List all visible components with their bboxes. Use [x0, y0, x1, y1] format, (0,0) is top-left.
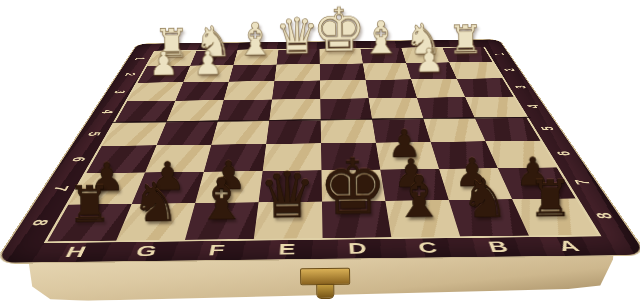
square-d4[interactable] [320, 98, 372, 119]
square-e2[interactable] [274, 64, 320, 81]
scene: HGFEDCBA1122334455667788 ♜♞♝♚♛♝♞♜♟♟♟♟♟♟♟… [0, 0, 640, 308]
square-c4[interactable] [369, 98, 424, 119]
piece-black-rook-a8[interactable]: ♜ [524, 175, 577, 226]
clasp-plate [300, 268, 350, 286]
square-e3[interactable] [272, 80, 320, 99]
rank-label-right-4: 4 [521, 102, 546, 110]
rank-label-right-1: 1 [490, 51, 510, 57]
rank-label-left-2: 2 [119, 71, 140, 78]
rank-label-left-4: 4 [95, 107, 119, 115]
square-h3[interactable] [127, 82, 183, 101]
file-label-C: C [397, 239, 460, 257]
square-c3[interactable] [366, 79, 417, 98]
square-f5[interactable] [211, 120, 269, 144]
square-a4[interactable] [465, 97, 526, 118]
square-d5[interactable] [321, 119, 376, 143]
brass-clasp [300, 268, 350, 300]
piece-white-pawn-b2[interactable]: ♟ [412, 44, 446, 77]
square-c2[interactable] [363, 63, 411, 80]
piece-white-rook-a1[interactable]: ♜ [445, 21, 486, 60]
piece-black-rook-h8[interactable]: ♜ [64, 180, 117, 231]
piece-black-king-d8[interactable]: ♚ [312, 149, 393, 227]
piece-black-queen-e8[interactable]: ♛ [254, 164, 321, 228]
rank-label-right-6: 6 [550, 148, 579, 159]
square-a2[interactable] [449, 62, 502, 79]
square-a5[interactable] [475, 117, 541, 141]
piece-white-queen-e1[interactable]: ♛ [271, 12, 323, 62]
piece-white-pawn-h2[interactable]: ♟ [146, 47, 180, 80]
file-label-H: H [42, 243, 109, 261]
square-g5[interactable] [157, 121, 218, 145]
square-f2[interactable] [229, 65, 277, 82]
piece-black-knight-g8[interactable]: ♞ [127, 176, 184, 230]
file-label-G: G [114, 242, 179, 260]
rank-label-right-5: 5 [535, 124, 562, 133]
square-g4[interactable] [167, 100, 224, 121]
chess-set-photo: HGFEDCBA1122334455667788 ♜♞♝♚♛♝♞♜♟♟♟♟♟♟♟… [0, 0, 640, 308]
square-e5[interactable] [266, 120, 321, 144]
piece-white-bishop-f1[interactable]: ♝ [232, 17, 279, 62]
rank-label-right-3: 3 [509, 83, 532, 90]
square-d3[interactable] [320, 80, 369, 99]
square-g3[interactable] [175, 82, 228, 101]
rank-label-right-2: 2 [499, 66, 520, 73]
square-f4[interactable] [218, 100, 272, 121]
square-a3[interactable] [457, 78, 514, 97]
square-d2[interactable] [320, 63, 366, 80]
piece-white-pawn-g2[interactable]: ♟ [191, 47, 225, 80]
piece-black-bishop-f8[interactable]: ♝ [191, 171, 252, 229]
square-f3[interactable] [224, 81, 275, 100]
file-label-D: D [328, 240, 388, 258]
file-label-B: B [467, 238, 532, 256]
file-label-F: F [186, 241, 248, 259]
file-label-E: E [257, 240, 317, 258]
file-label-A: A [536, 237, 604, 255]
rank-label-left-3: 3 [108, 88, 131, 95]
piece-black-knight-b8[interactable]: ♞ [456, 172, 513, 226]
square-e4[interactable] [269, 99, 320, 120]
piece-black-bishop-c8[interactable]: ♝ [389, 168, 450, 226]
clasp-tab [316, 284, 334, 299]
